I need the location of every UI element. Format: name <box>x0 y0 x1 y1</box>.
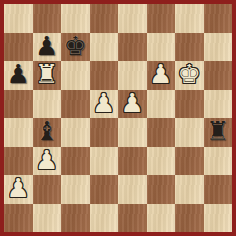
square-g1[interactable] <box>175 204 204 233</box>
square-g6[interactable]: ♚ <box>175 61 204 90</box>
piece-white-pawn[interactable]: ♟ <box>7 175 30 201</box>
square-c3[interactable] <box>61 147 90 176</box>
square-g7[interactable] <box>175 33 204 62</box>
square-h3[interactable] <box>204 147 233 176</box>
chess-board: ♟♚♟♜♟♚♟♟♝♜♟♟ <box>4 4 232 232</box>
board-frame: ♟♚♟♜♟♚♟♟♝♜♟♟ <box>0 0 236 236</box>
square-a7[interactable] <box>4 33 33 62</box>
square-c8[interactable] <box>61 4 90 33</box>
square-b7[interactable]: ♟ <box>33 33 62 62</box>
square-c2[interactable] <box>61 175 90 204</box>
piece-black-bishop[interactable]: ♝ <box>35 118 58 144</box>
square-h6[interactable] <box>204 61 233 90</box>
square-f5[interactable] <box>147 90 176 119</box>
square-a1[interactable] <box>4 204 33 233</box>
square-e6[interactable] <box>118 61 147 90</box>
square-d2[interactable] <box>90 175 119 204</box>
square-f4[interactable] <box>147 118 176 147</box>
square-d1[interactable] <box>90 204 119 233</box>
square-h4[interactable]: ♜ <box>204 118 233 147</box>
square-c6[interactable] <box>61 61 90 90</box>
square-g2[interactable] <box>175 175 204 204</box>
square-a4[interactable] <box>4 118 33 147</box>
square-f1[interactable] <box>147 204 176 233</box>
piece-white-pawn[interactable]: ♟ <box>149 61 172 87</box>
square-c7[interactable]: ♚ <box>61 33 90 62</box>
square-e1[interactable] <box>118 204 147 233</box>
square-g3[interactable] <box>175 147 204 176</box>
square-f6[interactable]: ♟ <box>147 61 176 90</box>
square-d7[interactable] <box>90 33 119 62</box>
square-e2[interactable] <box>118 175 147 204</box>
square-h5[interactable] <box>204 90 233 119</box>
square-c4[interactable] <box>61 118 90 147</box>
square-e4[interactable] <box>118 118 147 147</box>
square-d6[interactable] <box>90 61 119 90</box>
piece-white-pawn[interactable]: ♟ <box>35 147 58 173</box>
piece-black-king[interactable]: ♚ <box>64 33 87 59</box>
square-d5[interactable]: ♟ <box>90 90 119 119</box>
square-h1[interactable] <box>204 204 233 233</box>
square-f8[interactable] <box>147 4 176 33</box>
square-b1[interactable] <box>33 204 62 233</box>
square-g5[interactable] <box>175 90 204 119</box>
square-d3[interactable] <box>90 147 119 176</box>
square-b4[interactable]: ♝ <box>33 118 62 147</box>
square-h7[interactable] <box>204 33 233 62</box>
square-g8[interactable] <box>175 4 204 33</box>
square-a6[interactable]: ♟ <box>4 61 33 90</box>
square-e7[interactable] <box>118 33 147 62</box>
square-b5[interactable] <box>33 90 62 119</box>
square-a2[interactable]: ♟ <box>4 175 33 204</box>
piece-white-pawn[interactable]: ♟ <box>121 90 144 116</box>
square-f7[interactable] <box>147 33 176 62</box>
square-b6[interactable]: ♜ <box>33 61 62 90</box>
square-c5[interactable] <box>61 90 90 119</box>
square-d8[interactable] <box>90 4 119 33</box>
square-e3[interactable] <box>118 147 147 176</box>
square-d4[interactable] <box>90 118 119 147</box>
square-f2[interactable] <box>147 175 176 204</box>
square-e8[interactable] <box>118 4 147 33</box>
square-h8[interactable] <box>204 4 233 33</box>
piece-black-pawn[interactable]: ♟ <box>35 33 58 59</box>
square-c1[interactable] <box>61 204 90 233</box>
square-g4[interactable] <box>175 118 204 147</box>
piece-black-rook[interactable]: ♜ <box>206 118 229 144</box>
square-a3[interactable] <box>4 147 33 176</box>
square-a8[interactable] <box>4 4 33 33</box>
piece-white-pawn[interactable]: ♟ <box>92 90 115 116</box>
square-a5[interactable] <box>4 90 33 119</box>
piece-white-rook[interactable]: ♜ <box>35 61 58 87</box>
square-b2[interactable] <box>33 175 62 204</box>
piece-black-pawn[interactable]: ♟ <box>7 61 30 87</box>
square-h2[interactable] <box>204 175 233 204</box>
square-e5[interactable]: ♟ <box>118 90 147 119</box>
piece-white-king[interactable]: ♚ <box>178 61 201 87</box>
square-f3[interactable] <box>147 147 176 176</box>
square-b8[interactable] <box>33 4 62 33</box>
square-b3[interactable]: ♟ <box>33 147 62 176</box>
